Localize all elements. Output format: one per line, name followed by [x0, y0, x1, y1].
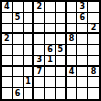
cell-r8c4[interactable] — [34, 77, 45, 88]
cell-r1c3[interactable] — [24, 2, 35, 13]
cell-r6c1[interactable] — [2, 56, 13, 67]
cell-r6c5[interactable]: 1 — [45, 56, 56, 67]
cell-r2c1[interactable] — [2, 13, 13, 24]
cell-r4c8[interactable] — [77, 34, 88, 45]
cell-r6c7[interactable] — [67, 56, 78, 67]
cell-r3c7[interactable] — [67, 24, 78, 35]
cell-r2c5[interactable] — [45, 13, 56, 24]
cell-r4c3[interactable] — [24, 34, 35, 45]
cell-r2c4[interactable] — [34, 13, 45, 24]
cell-r3c9[interactable]: 2 — [88, 24, 99, 35]
cell-r9c1[interactable] — [2, 88, 13, 99]
cell-r4c9[interactable] — [88, 34, 99, 45]
cell-r8c2[interactable] — [13, 77, 24, 88]
cell-r5c1[interactable] — [2, 45, 13, 56]
cell-r5c8[interactable] — [77, 45, 88, 56]
cell-r3c2[interactable] — [13, 24, 24, 35]
cell-r5c9[interactable] — [88, 45, 99, 56]
cell-r7c3[interactable] — [24, 67, 35, 78]
cell-r3c3[interactable] — [24, 24, 35, 35]
cell-r8c8[interactable] — [77, 77, 88, 88]
cell-r1c5[interactable] — [45, 2, 56, 13]
cell-r9c9[interactable] — [88, 88, 99, 99]
cell-r2c7[interactable] — [67, 13, 78, 24]
cell-r4c2[interactable] — [13, 34, 24, 45]
cell-r9c3[interactable] — [24, 88, 35, 99]
cell-r7c1[interactable] — [2, 67, 13, 78]
cell-r8c1[interactable] — [2, 77, 13, 88]
cell-r7c9[interactable]: 8 — [88, 67, 99, 78]
cell-r1c6[interactable] — [56, 2, 67, 13]
cell-r9c4[interactable] — [34, 88, 45, 99]
cell-r4c6[interactable] — [56, 34, 67, 45]
cell-r2c2[interactable]: 5 — [13, 13, 24, 24]
cell-r8c6[interactable] — [56, 77, 67, 88]
cell-r8c9[interactable] — [88, 77, 99, 88]
cell-r3c5[interactable] — [45, 24, 56, 35]
cell-r3c1[interactable] — [2, 24, 13, 35]
cell-r7c4[interactable]: 7 — [34, 67, 45, 78]
cell-r1c7[interactable] — [67, 2, 78, 13]
cell-r6c4[interactable]: 3 — [34, 56, 45, 67]
cell-r4c4[interactable] — [34, 34, 45, 45]
cell-r7c7[interactable]: 4 — [67, 67, 78, 78]
cell-r9c8[interactable] — [77, 88, 88, 99]
cell-r1c4[interactable]: 2 — [34, 2, 45, 13]
cell-r9c5[interactable] — [45, 88, 56, 99]
cell-r9c6[interactable] — [56, 88, 67, 99]
cell-r6c3[interactable] — [24, 56, 35, 67]
cell-r5c4[interactable] — [34, 45, 45, 56]
cell-r1c9[interactable] — [88, 2, 99, 13]
cell-r3c4[interactable] — [34, 24, 45, 35]
sudoku-board: 42356228653174816 — [0, 0, 101, 101]
cell-r7c5[interactable] — [45, 67, 56, 78]
cell-r1c1[interactable]: 4 — [2, 2, 13, 13]
cell-r5c5[interactable]: 6 — [45, 45, 56, 56]
cell-r5c7[interactable] — [67, 45, 78, 56]
cell-r2c3[interactable] — [24, 13, 35, 24]
cell-r2c6[interactable] — [56, 13, 67, 24]
cell-r6c9[interactable] — [88, 56, 99, 67]
cell-r4c1[interactable]: 2 — [2, 34, 13, 45]
cell-r8c3[interactable]: 1 — [24, 77, 35, 88]
cell-r2c9[interactable] — [88, 13, 99, 24]
cell-r7c8[interactable] — [77, 67, 88, 78]
cell-r8c7[interactable] — [67, 77, 78, 88]
cell-r1c2[interactable] — [13, 2, 24, 13]
cell-r5c3[interactable] — [24, 45, 35, 56]
cell-r5c6[interactable]: 5 — [56, 45, 67, 56]
cell-r2c8[interactable]: 6 — [77, 13, 88, 24]
cell-r7c6[interactable] — [56, 67, 67, 78]
cell-r1c8[interactable]: 3 — [77, 2, 88, 13]
cell-r3c6[interactable] — [56, 24, 67, 35]
cell-r7c2[interactable] — [13, 67, 24, 78]
cell-r3c8[interactable] — [77, 24, 88, 35]
cell-r9c7[interactable] — [67, 88, 78, 99]
cell-r4c7[interactable]: 8 — [67, 34, 78, 45]
cell-r5c2[interactable] — [13, 45, 24, 56]
cell-r6c8[interactable] — [77, 56, 88, 67]
cell-r4c5[interactable] — [45, 34, 56, 45]
cell-r6c6[interactable] — [56, 56, 67, 67]
cell-r9c2[interactable]: 6 — [13, 88, 24, 99]
cell-r8c5[interactable] — [45, 77, 56, 88]
cell-r6c2[interactable] — [13, 56, 24, 67]
